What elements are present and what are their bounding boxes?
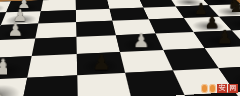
square-f2[interactable]: ♟ xyxy=(0,24,38,40)
watermark-logo-glyph xyxy=(209,84,216,93)
board-3d-scene: ♜♟♟♜♞♟♟♞♝♟♟♝♚♟♟♚♛♟♟♛♝♟♟♝♞♟♟♞♜♟♟♜ xyxy=(0,0,240,96)
watermark-logo-glyph xyxy=(201,84,208,93)
square-d4[interactable]: ♟ xyxy=(76,52,125,75)
chess-board: ♜♟♟♜♞♟♟♞♝♟♟♝♚♟♟♚♛♟♟♛♝♟♟♝♞♟♟♞♜♟♟♜ xyxy=(0,0,240,96)
chess-wallpaper-scene: ♜♟♟♜♞♟♟♞♝♟♟♝♚♟♟♚♛♟♟♛♝♟♟♝♞♟♟♞♜♟♟♜ 安 网 xyxy=(0,0,240,96)
square-c3[interactable] xyxy=(22,75,77,96)
square-c4[interactable] xyxy=(77,73,132,96)
black-pawn[interactable]: ♟ xyxy=(204,28,240,46)
white-pawn[interactable]: ♟ xyxy=(0,21,35,39)
square-f3[interactable] xyxy=(35,22,76,38)
square-d3[interactable] xyxy=(27,54,76,77)
square-e3[interactable] xyxy=(32,37,77,56)
white-pawn[interactable]: ♟ xyxy=(120,31,163,50)
watermark-char-2: 网 xyxy=(228,84,238,93)
watermark: 安 网 xyxy=(201,84,238,93)
square-e7[interactable]: ♟ xyxy=(193,30,240,48)
square-d6[interactable] xyxy=(163,48,219,70)
white-pawn[interactable]: ♟ xyxy=(0,56,27,78)
square-d2[interactable]: ♟ xyxy=(0,56,32,80)
black-pawn[interactable]: ♟ xyxy=(77,52,125,73)
watermark-char-1: 安 xyxy=(217,84,227,93)
white-pawn[interactable]: ♟ xyxy=(0,80,22,96)
square-d5[interactable] xyxy=(120,50,172,73)
square-e5[interactable]: ♟ xyxy=(116,33,163,52)
